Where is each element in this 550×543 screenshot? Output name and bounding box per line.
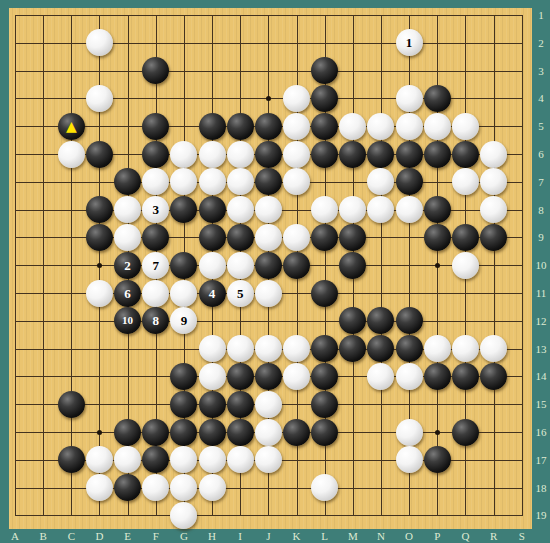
stone-white-G11[interactable] <box>170 280 197 307</box>
stone-white-D2[interactable] <box>86 29 113 56</box>
stone-white-Q7[interactable] <box>452 168 479 195</box>
move-number-label: 10 <box>122 315 133 326</box>
stone-white-R8[interactable] <box>480 196 507 223</box>
stone-white-J15[interactable] <box>255 391 282 418</box>
stone-white-H10[interactable] <box>199 252 226 279</box>
star-point <box>435 430 440 435</box>
stone-black-H15[interactable] <box>199 391 226 418</box>
stone-black-M9[interactable] <box>339 224 366 251</box>
stone-white-K6[interactable] <box>283 141 310 168</box>
go-app-window: 1▲3276451089 ABCDEFGHIJKLMNOPQRS 1234567… <box>0 0 550 543</box>
stone-black-K16[interactable] <box>283 419 310 446</box>
stone-black-R14[interactable] <box>480 363 507 390</box>
stone-black-J14[interactable] <box>255 363 282 390</box>
star-point <box>435 263 440 268</box>
stone-black-L14[interactable] <box>311 363 338 390</box>
stone-white-F7[interactable] <box>142 168 169 195</box>
row-label-16: 16 <box>536 427 547 438</box>
stone-black-J6[interactable] <box>255 141 282 168</box>
stone-white-G7[interactable] <box>170 168 197 195</box>
stone-black-L15[interactable] <box>311 391 338 418</box>
stone-black-H11[interactable]: 4 <box>199 280 226 307</box>
column-label-D: D <box>95 531 103 542</box>
stone-black-M12[interactable] <box>339 307 366 334</box>
stone-white-O14[interactable] <box>396 363 423 390</box>
stone-white-I17[interactable] <box>227 446 254 473</box>
stone-black-R9[interactable] <box>480 224 507 251</box>
stone-white-C6[interactable] <box>58 141 85 168</box>
move-number-label: 2 <box>124 259 131 272</box>
grid-line-v <box>522 15 523 516</box>
stone-white-J17[interactable] <box>255 446 282 473</box>
stone-white-O5[interactable] <box>396 113 423 140</box>
stone-black-H16[interactable] <box>199 419 226 446</box>
stone-white-I10[interactable] <box>227 252 254 279</box>
stone-white-H13[interactable] <box>199 335 226 362</box>
stone-white-Q10[interactable] <box>452 252 479 279</box>
row-label-7: 7 <box>538 176 544 187</box>
stone-black-I15[interactable] <box>227 391 254 418</box>
stone-black-G8[interactable] <box>170 196 197 223</box>
stone-black-C5[interactable]: ▲ <box>58 113 85 140</box>
stone-black-G14[interactable] <box>170 363 197 390</box>
stone-black-G10[interactable] <box>170 252 197 279</box>
stone-white-D11[interactable] <box>86 280 113 307</box>
stone-black-F16[interactable] <box>142 419 169 446</box>
stone-white-N5[interactable] <box>367 113 394 140</box>
stone-black-P8[interactable] <box>424 196 451 223</box>
stone-white-F8[interactable]: 3 <box>142 196 169 223</box>
column-label-B: B <box>39 531 46 542</box>
stone-white-D17[interactable] <box>86 446 113 473</box>
stone-black-F17[interactable] <box>142 446 169 473</box>
stone-black-E7[interactable] <box>114 168 141 195</box>
stone-black-Q16[interactable] <box>452 419 479 446</box>
stone-black-L16[interactable] <box>311 419 338 446</box>
column-label-M: M <box>348 531 358 542</box>
stone-black-L11[interactable] <box>311 280 338 307</box>
stone-black-J7[interactable] <box>255 168 282 195</box>
column-label-N: N <box>377 531 385 542</box>
row-label-5: 5 <box>538 121 544 132</box>
stone-white-R13[interactable] <box>480 335 507 362</box>
stone-white-H7[interactable] <box>199 168 226 195</box>
stone-white-I7[interactable] <box>227 168 254 195</box>
triangle-marker-icon: ▲ <box>66 119 77 133</box>
stone-black-L6[interactable] <box>311 141 338 168</box>
stone-white-J11[interactable] <box>255 280 282 307</box>
stone-black-P14[interactable] <box>424 363 451 390</box>
stone-white-O4[interactable] <box>396 85 423 112</box>
stone-white-H18[interactable] <box>199 474 226 501</box>
stone-white-O2[interactable]: 1 <box>396 29 423 56</box>
stone-black-O13[interactable] <box>396 335 423 362</box>
stone-white-L18[interactable] <box>311 474 338 501</box>
stone-black-M10[interactable] <box>339 252 366 279</box>
stone-black-D8[interactable] <box>86 196 113 223</box>
stone-white-H6[interactable] <box>199 141 226 168</box>
row-label-9: 9 <box>538 232 544 243</box>
stone-white-J13[interactable] <box>255 335 282 362</box>
row-label-17: 17 <box>536 454 547 465</box>
stone-black-P4[interactable] <box>424 85 451 112</box>
column-label-S: S <box>519 531 525 542</box>
stone-white-I11[interactable]: 5 <box>227 280 254 307</box>
stone-white-L8[interactable] <box>311 196 338 223</box>
stone-black-F12[interactable]: 8 <box>142 307 169 334</box>
stone-black-L5[interactable] <box>311 113 338 140</box>
stone-black-P6[interactable] <box>424 141 451 168</box>
stone-white-I8[interactable] <box>227 196 254 223</box>
move-number-label: 1 <box>406 36 413 49</box>
column-label-C: C <box>68 531 75 542</box>
stone-black-I9[interactable] <box>227 224 254 251</box>
stone-black-E18[interactable] <box>114 474 141 501</box>
stone-black-D6[interactable] <box>86 141 113 168</box>
stone-black-J5[interactable] <box>255 113 282 140</box>
stone-black-F9[interactable] <box>142 224 169 251</box>
move-number-label: 9 <box>181 314 188 327</box>
stone-black-D9[interactable] <box>86 224 113 251</box>
stone-white-Q13[interactable] <box>452 335 479 362</box>
stone-black-F5[interactable] <box>142 113 169 140</box>
stone-black-N13[interactable] <box>367 335 394 362</box>
column-label-O: O <box>405 531 413 542</box>
stone-white-N14[interactable] <box>367 363 394 390</box>
stone-white-M8[interactable] <box>339 196 366 223</box>
column-label-P: P <box>434 531 440 542</box>
move-number-label: 4 <box>209 287 216 300</box>
stone-black-M13[interactable] <box>339 335 366 362</box>
stone-white-F10[interactable]: 7 <box>142 252 169 279</box>
stone-black-C15[interactable] <box>58 391 85 418</box>
go-board[interactable]: 1▲3276451089 <box>9 8 532 529</box>
row-label-15: 15 <box>536 399 547 410</box>
move-number-label: 6 <box>124 287 131 300</box>
stone-white-I13[interactable] <box>227 335 254 362</box>
stone-white-N7[interactable] <box>367 168 394 195</box>
move-number-label: 7 <box>153 259 160 272</box>
stone-black-G16[interactable] <box>170 419 197 446</box>
stone-black-N12[interactable] <box>367 307 394 334</box>
stone-black-G15[interactable] <box>170 391 197 418</box>
stone-white-J9[interactable] <box>255 224 282 251</box>
grid-line-v <box>381 15 382 516</box>
stone-white-G12[interactable]: 9 <box>170 307 197 334</box>
stone-white-J8[interactable] <box>255 196 282 223</box>
stone-white-J16[interactable] <box>255 419 282 446</box>
stone-white-R7[interactable] <box>480 168 507 195</box>
stone-black-C17[interactable] <box>58 446 85 473</box>
stone-white-D18[interactable] <box>86 474 113 501</box>
stone-white-H17[interactable] <box>199 446 226 473</box>
stone-white-K9[interactable] <box>283 224 310 251</box>
stone-black-I5[interactable] <box>227 113 254 140</box>
grid-line-h <box>15 515 523 516</box>
column-label-L: L <box>321 531 328 542</box>
stone-white-F11[interactable] <box>142 280 169 307</box>
stone-white-P5[interactable] <box>424 113 451 140</box>
row-label-11: 11 <box>536 288 547 299</box>
row-label-1: 1 <box>538 10 544 21</box>
stone-black-Q6[interactable] <box>452 141 479 168</box>
stone-white-E8[interactable] <box>114 196 141 223</box>
stone-black-N6[interactable] <box>367 141 394 168</box>
stone-white-P13[interactable] <box>424 335 451 362</box>
stone-white-D4[interactable] <box>86 85 113 112</box>
row-label-14: 14 <box>536 371 547 382</box>
stone-white-G6[interactable] <box>170 141 197 168</box>
grid-line-h <box>15 321 523 322</box>
stone-black-K10[interactable] <box>283 252 310 279</box>
stone-white-F18[interactable] <box>142 474 169 501</box>
row-label-19: 19 <box>536 510 547 521</box>
row-label-8: 8 <box>538 204 544 215</box>
column-label-H: H <box>208 531 216 542</box>
stone-white-N8[interactable] <box>367 196 394 223</box>
stone-white-K5[interactable] <box>283 113 310 140</box>
star-point <box>97 263 102 268</box>
stone-black-H9[interactable] <box>199 224 226 251</box>
star-point <box>266 96 271 101</box>
column-label-E: E <box>124 531 131 542</box>
stone-black-Q14[interactable] <box>452 363 479 390</box>
stone-black-I16[interactable] <box>227 419 254 446</box>
stone-white-R6[interactable] <box>480 141 507 168</box>
stone-white-E17[interactable] <box>114 446 141 473</box>
stone-black-H5[interactable] <box>199 113 226 140</box>
stone-black-E10[interactable]: 2 <box>114 252 141 279</box>
stone-white-G17[interactable] <box>170 446 197 473</box>
row-label-12: 12 <box>536 315 547 326</box>
row-label-6: 6 <box>538 149 544 160</box>
stone-white-K13[interactable] <box>283 335 310 362</box>
move-number-label: 3 <box>153 203 160 216</box>
stone-black-O7[interactable] <box>396 168 423 195</box>
stone-black-F3[interactable] <box>142 57 169 84</box>
stone-black-P17[interactable] <box>424 446 451 473</box>
stone-black-I14[interactable] <box>227 363 254 390</box>
move-number-label: 5 <box>237 287 244 300</box>
stone-black-L13[interactable] <box>311 335 338 362</box>
stone-black-J10[interactable] <box>255 252 282 279</box>
stone-white-K7[interactable] <box>283 168 310 195</box>
stone-black-O12[interactable] <box>396 307 423 334</box>
stone-white-Q5[interactable] <box>452 113 479 140</box>
stone-black-E12[interactable]: 10 <box>114 307 141 334</box>
column-label-K: K <box>293 531 301 542</box>
stone-white-O16[interactable] <box>396 419 423 446</box>
column-label-F: F <box>153 531 159 542</box>
row-label-3: 3 <box>538 65 544 76</box>
stone-black-F6[interactable] <box>142 141 169 168</box>
column-label-A: A <box>11 531 19 542</box>
stone-white-M5[interactable] <box>339 113 366 140</box>
grid-line-v <box>494 15 495 516</box>
stone-black-L9[interactable] <box>311 224 338 251</box>
stone-white-G19[interactable] <box>170 502 197 529</box>
column-label-G: G <box>180 531 188 542</box>
stone-white-K14[interactable] <box>283 363 310 390</box>
stone-white-I6[interactable] <box>227 141 254 168</box>
column-label-Q: Q <box>461 531 469 542</box>
stone-white-E9[interactable] <box>114 224 141 251</box>
stone-black-M6[interactable] <box>339 141 366 168</box>
row-label-18: 18 <box>536 482 547 493</box>
move-number-label: 8 <box>153 314 160 327</box>
stone-black-L4[interactable] <box>311 85 338 112</box>
stone-white-O8[interactable] <box>396 196 423 223</box>
column-label-J: J <box>266 531 270 542</box>
stone-black-O6[interactable] <box>396 141 423 168</box>
stone-black-L3[interactable] <box>311 57 338 84</box>
row-label-4: 4 <box>538 93 544 104</box>
row-label-13: 13 <box>536 343 547 354</box>
column-label-R: R <box>490 531 497 542</box>
row-label-2: 2 <box>538 37 544 48</box>
stone-black-E16[interactable] <box>114 419 141 446</box>
stone-black-P9[interactable] <box>424 224 451 251</box>
stone-black-H8[interactable] <box>199 196 226 223</box>
stone-white-G18[interactable] <box>170 474 197 501</box>
column-label-I: I <box>238 531 242 542</box>
stone-black-Q9[interactable] <box>452 224 479 251</box>
star-point <box>97 430 102 435</box>
stone-black-E11[interactable]: 6 <box>114 280 141 307</box>
stone-white-K4[interactable] <box>283 85 310 112</box>
stone-white-O17[interactable] <box>396 446 423 473</box>
row-label-10: 10 <box>536 260 547 271</box>
stone-white-H14[interactable] <box>199 363 226 390</box>
